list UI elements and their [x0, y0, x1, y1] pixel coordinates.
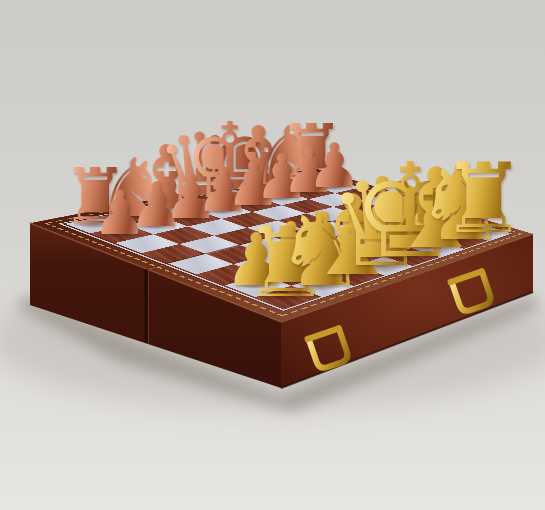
chess-set-photo: ♜♞♝♛♚♝♞♜♟♟♟♟♟♟♟♟♟♟♟♟♟♟♟♟♜♞♝♛♚♝♞♜ — [0, 0, 545, 510]
